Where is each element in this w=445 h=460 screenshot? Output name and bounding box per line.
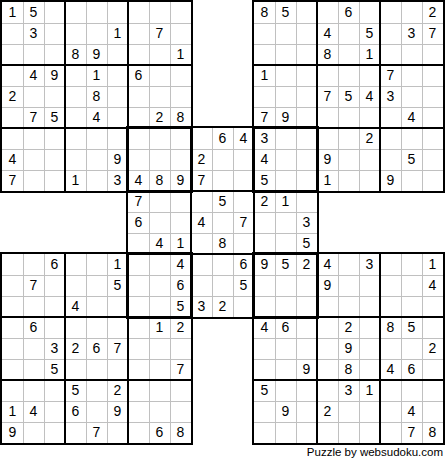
cell-r21c13[interactable] — [254, 422, 275, 443]
cell-r5c16: 7 — [317, 86, 338, 107]
cell-r6c14: 9 — [275, 107, 296, 128]
cell-r6c18[interactable] — [359, 107, 380, 128]
cell-r1c5[interactable] — [86, 2, 107, 23]
cell-r7c1[interactable] — [2, 128, 23, 149]
cell-r3c2[interactable] — [23, 44, 44, 65]
cell-r4c9[interactable] — [170, 65, 191, 86]
cell-r16c7[interactable] — [128, 317, 149, 338]
cell-r9c8: 8 — [149, 170, 170, 191]
cell-r15c2[interactable] — [23, 296, 44, 317]
cell-r8c4[interactable] — [65, 149, 86, 170]
cell-r9c14[interactable] — [275, 170, 296, 191]
cell-r16c2: 6 — [23, 317, 44, 338]
cell-r9c3[interactable] — [44, 170, 65, 191]
cell-r6c6[interactable] — [107, 107, 128, 128]
cell-r20c6: 9 — [107, 401, 128, 422]
cell-r19c17: 3 — [338, 380, 359, 401]
cell-r4c6[interactable] — [107, 65, 128, 86]
cell-r3c19[interactable] — [380, 44, 401, 65]
cell-r19c21[interactable] — [422, 380, 443, 401]
cell-r13c8[interactable] — [149, 254, 170, 275]
cell-r2c4[interactable] — [65, 23, 86, 44]
cell-r19c2[interactable] — [23, 380, 44, 401]
cell-r15c16[interactable] — [317, 296, 338, 317]
cell-r9c11[interactable] — [212, 170, 233, 191]
cell-r16c18[interactable] — [359, 317, 380, 338]
cell-r2c8: 7 — [149, 23, 170, 44]
cell-r14c2: 7 — [23, 275, 44, 296]
cell-r9c12[interactable] — [233, 170, 254, 191]
cell-r7c16[interactable] — [317, 128, 338, 149]
cell-r19c14[interactable] — [275, 380, 296, 401]
cell-r21c7[interactable] — [128, 422, 149, 443]
cell-r7c6[interactable] — [107, 128, 128, 149]
cell-r2c6: 1 — [107, 23, 128, 44]
cell-r8c10: 2 — [191, 149, 212, 170]
cell-r16c13: 4 — [254, 317, 275, 338]
cell-r15c18[interactable] — [359, 296, 380, 317]
cell-r2c14[interactable] — [275, 23, 296, 44]
cell-r4c20[interactable] — [401, 65, 422, 86]
cell-r15c1[interactable] — [2, 296, 23, 317]
cell-r18c15: 9 — [296, 359, 317, 380]
cell-r8c11[interactable] — [212, 149, 233, 170]
cell-r7c5[interactable] — [86, 128, 107, 149]
cell-r16c8: 1 — [149, 317, 170, 338]
cell-r9c19: 9 — [380, 170, 401, 191]
cell-r14c10[interactable] — [191, 275, 212, 296]
cell-r9c17[interactable] — [338, 170, 359, 191]
cell-r5c6[interactable] — [107, 86, 128, 107]
cell-r5c2[interactable] — [23, 86, 44, 107]
cell-r20c13[interactable] — [254, 401, 275, 422]
cell-r16c21[interactable] — [422, 317, 443, 338]
cell-r2c18: 5 — [359, 23, 380, 44]
cell-r14c18[interactable] — [359, 275, 380, 296]
cell-r18c8[interactable] — [149, 359, 170, 380]
cell-r20c17[interactable] — [338, 401, 359, 422]
puzzle-page: 1531789149162875428497134898562453781177… — [0, 0, 445, 460]
cell-r20c21[interactable] — [422, 401, 443, 422]
cell-r7c2[interactable] — [23, 128, 44, 149]
cell-r2c21: 7 — [422, 23, 443, 44]
cell-r8c15[interactable] — [296, 149, 317, 170]
cell-r10c10[interactable] — [191, 191, 212, 212]
cell-r20c7[interactable] — [128, 401, 149, 422]
cell-r8c17[interactable] — [338, 149, 359, 170]
cell-r13c19[interactable] — [380, 254, 401, 275]
cell-r5c19: 3 — [380, 86, 401, 107]
cell-r9c13: 5 — [254, 170, 275, 191]
cell-r19c8[interactable] — [149, 380, 170, 401]
cell-r7c4[interactable] — [65, 128, 86, 149]
cell-r9c21[interactable] — [422, 170, 443, 191]
cell-r16c5[interactable] — [86, 317, 107, 338]
cell-r13c20[interactable] — [401, 254, 422, 275]
cell-r16c14: 6 — [275, 317, 296, 338]
cell-r6c21[interactable] — [422, 107, 443, 128]
puzzle-credit: Puzzle by websudoku.com — [307, 445, 443, 460]
cell-r16c1[interactable] — [2, 317, 23, 338]
cell-r5c21[interactable] — [422, 86, 443, 107]
cell-r13c10[interactable] — [191, 254, 212, 275]
cell-r15c12[interactable] — [233, 296, 254, 317]
cell-r12c14[interactable] — [275, 233, 296, 254]
cell-r17c19[interactable] — [380, 338, 401, 359]
cell-r20c18[interactable] — [359, 401, 380, 422]
cell-r5c4[interactable] — [65, 86, 86, 107]
cell-r6c4[interactable] — [65, 107, 86, 128]
cell-r6c17[interactable] — [338, 107, 359, 128]
cell-r1c14: 5 — [275, 2, 296, 23]
cell-r17c17: 9 — [338, 338, 359, 359]
cell-r1c19[interactable] — [380, 2, 401, 23]
cell-r21c18[interactable] — [359, 422, 380, 443]
cell-r6c3: 5 — [44, 107, 65, 128]
cell-r10c13: 2 — [254, 191, 275, 212]
cell-r2c2: 3 — [23, 23, 44, 44]
cell-r11c14[interactable] — [275, 212, 296, 233]
cell-r9c2[interactable] — [23, 170, 44, 191]
cell-r20c3[interactable] — [44, 401, 65, 422]
cell-r14c8[interactable] — [149, 275, 170, 296]
cell-r3c16: 8 — [317, 44, 338, 65]
cell-r14c1[interactable] — [2, 275, 23, 296]
cell-r9c1: 7 — [2, 170, 23, 191]
cell-r1c18[interactable] — [359, 2, 380, 23]
cell-r10c8[interactable] — [149, 191, 170, 212]
cell-r3c20[interactable] — [401, 44, 422, 65]
cell-r3c14[interactable] — [275, 44, 296, 65]
cell-r9c7: 4 — [128, 170, 149, 191]
cell-r8c12[interactable] — [233, 149, 254, 170]
cell-r4c1[interactable] — [2, 65, 23, 86]
cell-r5c14[interactable] — [275, 86, 296, 107]
cell-r13c3: 6 — [44, 254, 65, 275]
cell-r13c6: 1 — [107, 254, 128, 275]
cell-r17c13[interactable] — [254, 338, 275, 359]
cell-r3c13[interactable] — [254, 44, 275, 65]
cell-r13c1[interactable] — [2, 254, 23, 275]
cell-r15c7[interactable] — [128, 296, 149, 317]
cell-r5c3[interactable] — [44, 86, 65, 107]
cell-r14c3[interactable] — [44, 275, 65, 296]
cell-r21c19[interactable] — [380, 422, 401, 443]
cell-r15c15[interactable] — [296, 296, 317, 317]
cell-r20c5[interactable] — [86, 401, 107, 422]
cell-r18c20: 6 — [401, 359, 422, 380]
cell-r4c8[interactable] — [149, 65, 170, 86]
cell-r17c7[interactable] — [128, 338, 149, 359]
cell-r16c15[interactable] — [296, 317, 317, 338]
cell-r6c7[interactable] — [128, 107, 149, 128]
cell-r3c1[interactable] — [2, 44, 23, 65]
cell-r20c2: 4 — [23, 401, 44, 422]
cell-r21c14[interactable] — [275, 422, 296, 443]
cell-r17c9[interactable] — [170, 338, 191, 359]
cell-r15c10: 3 — [191, 296, 212, 317]
cell-r8c14[interactable] — [275, 149, 296, 170]
cell-r12c12[interactable] — [233, 233, 254, 254]
cell-r5c13[interactable] — [254, 86, 275, 107]
cell-r15c3[interactable] — [44, 296, 65, 317]
cell-r15c20[interactable] — [401, 296, 422, 317]
cell-r13c7[interactable] — [128, 254, 149, 275]
cell-r11c10: 4 — [191, 212, 212, 233]
cell-r12c10[interactable] — [191, 233, 212, 254]
cell-r18c13[interactable] — [254, 359, 275, 380]
cell-r10c12[interactable] — [233, 191, 254, 212]
cell-r6c15[interactable] — [296, 107, 317, 128]
cell-r1c20[interactable] — [401, 2, 422, 23]
cell-r13c11[interactable] — [212, 254, 233, 275]
cell-r1c16[interactable] — [317, 2, 338, 23]
cell-r19c1[interactable] — [2, 380, 23, 401]
cell-r1c7[interactable] — [128, 2, 149, 23]
cell-r17c2[interactable] — [23, 338, 44, 359]
cell-r1c4[interactable] — [65, 2, 86, 23]
cell-r7c10[interactable] — [191, 128, 212, 149]
cell-r17c14[interactable] — [275, 338, 296, 359]
cell-r1c8[interactable] — [149, 2, 170, 23]
cell-r16c6[interactable] — [107, 317, 128, 338]
cell-r18c16[interactable] — [317, 359, 338, 380]
cell-r8c19[interactable] — [380, 149, 401, 170]
cell-r2c16: 4 — [317, 23, 338, 44]
cell-r16c4[interactable] — [65, 317, 86, 338]
cell-r14c11[interactable] — [212, 275, 233, 296]
cell-r8c21[interactable] — [422, 149, 443, 170]
cell-r12c7[interactable] — [128, 233, 149, 254]
cell-r1c9[interactable] — [170, 2, 191, 23]
cell-r6c1[interactable] — [2, 107, 23, 128]
cell-r17c1[interactable] — [2, 338, 23, 359]
cell-r5c15[interactable] — [296, 86, 317, 107]
cell-r10c9[interactable] — [170, 191, 191, 212]
cell-r13c2[interactable] — [23, 254, 44, 275]
cell-r17c21: 2 — [422, 338, 443, 359]
cell-r1c13: 8 — [254, 2, 275, 23]
cell-r4c16[interactable] — [317, 65, 338, 86]
cell-r21c2[interactable] — [23, 422, 44, 443]
cell-r2c13[interactable] — [254, 23, 275, 44]
cell-r21c16[interactable] — [317, 422, 338, 443]
cell-r4c15[interactable] — [296, 65, 317, 86]
cell-r8c18[interactable] — [359, 149, 380, 170]
cell-r17c8[interactable] — [149, 338, 170, 359]
cell-r13c4[interactable] — [65, 254, 86, 275]
cell-r17c18[interactable] — [359, 338, 380, 359]
cell-r7c17[interactable] — [338, 128, 359, 149]
cell-r7c15[interactable] — [296, 128, 317, 149]
cell-r19c9[interactable] — [170, 380, 191, 401]
cell-r19c19[interactable] — [380, 380, 401, 401]
cell-r3c6[interactable] — [107, 44, 128, 65]
cell-r13c16: 4 — [317, 254, 338, 275]
cell-r15c8[interactable] — [149, 296, 170, 317]
cell-r18c6[interactable] — [107, 359, 128, 380]
samurai-sudoku-board: 1531789149162875428497134898562453781177… — [0, 0, 445, 445]
cell-r9c5[interactable] — [86, 170, 107, 191]
cell-r1c15[interactable] — [296, 2, 317, 23]
cell-r14c4[interactable] — [65, 275, 86, 296]
cell-r2c15[interactable] — [296, 23, 317, 44]
cell-r3c15[interactable] — [296, 44, 317, 65]
cell-r2c9[interactable] — [170, 23, 191, 44]
cell-r7c21[interactable] — [422, 128, 443, 149]
cell-r7c8[interactable] — [149, 128, 170, 149]
cell-r8c5[interactable] — [86, 149, 107, 170]
cell-r11c12: 7 — [233, 212, 254, 233]
cell-r9c18[interactable] — [359, 170, 380, 191]
cell-r15c17[interactable] — [338, 296, 359, 317]
cell-r14c13[interactable] — [254, 275, 275, 296]
cell-r10c14: 1 — [275, 191, 296, 212]
cell-r5c7[interactable] — [128, 86, 149, 107]
cell-r6c2: 7 — [23, 107, 44, 128]
cell-r14c5[interactable] — [86, 275, 107, 296]
cell-r4c14[interactable] — [275, 65, 296, 86]
cell-r16c16[interactable] — [317, 317, 338, 338]
cell-r20c9[interactable] — [170, 401, 191, 422]
cell-r5c9[interactable] — [170, 86, 191, 107]
board-cells: 1531789149162875428497134898562453781177… — [2, 2, 443, 443]
cell-r18c14[interactable] — [275, 359, 296, 380]
cell-r12c13[interactable] — [254, 233, 275, 254]
cell-r1c1: 1 — [2, 2, 23, 23]
cell-r11c11[interactable] — [212, 212, 233, 233]
cell-r21c4[interactable] — [65, 422, 86, 443]
cell-r20c19[interactable] — [380, 401, 401, 422]
cell-r16c17: 2 — [338, 317, 359, 338]
cell-r15c13[interactable] — [254, 296, 275, 317]
cell-r2c1[interactable] — [2, 23, 23, 44]
cell-r5c20[interactable] — [401, 86, 422, 107]
cell-r18c4[interactable] — [65, 359, 86, 380]
cell-r18c7[interactable] — [128, 359, 149, 380]
cell-r15c5[interactable] — [86, 296, 107, 317]
cell-r1c3[interactable] — [44, 2, 65, 23]
cell-r14c17[interactable] — [338, 275, 359, 296]
cell-r6c16[interactable] — [317, 107, 338, 128]
cell-r10c7: 7 — [128, 191, 149, 212]
cell-r8c3[interactable] — [44, 149, 65, 170]
cell-r20c15[interactable] — [296, 401, 317, 422]
cell-r3c3[interactable] — [44, 44, 65, 65]
cell-r13c17[interactable] — [338, 254, 359, 275]
cell-r1c2: 5 — [23, 2, 44, 23]
cell-r15c21[interactable] — [422, 296, 443, 317]
cell-r17c16[interactable] — [317, 338, 338, 359]
cell-r7c19[interactable] — [380, 128, 401, 149]
cell-r4c4[interactable] — [65, 65, 86, 86]
cell-r19c5[interactable] — [86, 380, 107, 401]
cell-r21c3[interactable] — [44, 422, 65, 443]
cell-r14c16: 9 — [317, 275, 338, 296]
cell-r5c8[interactable] — [149, 86, 170, 107]
cell-r18c18[interactable] — [359, 359, 380, 380]
cell-r2c19[interactable] — [380, 23, 401, 44]
cell-r20c8[interactable] — [149, 401, 170, 422]
cell-r14c19[interactable] — [380, 275, 401, 296]
cell-r16c3[interactable] — [44, 317, 65, 338]
cell-r19c7[interactable] — [128, 380, 149, 401]
cell-r13c21: 1 — [422, 254, 443, 275]
cell-r15c14[interactable] — [275, 296, 296, 317]
cell-r1c21: 2 — [422, 2, 443, 23]
cell-r7c20[interactable] — [401, 128, 422, 149]
cell-r9c9: 9 — [170, 170, 191, 191]
cell-r7c9[interactable] — [170, 128, 191, 149]
cell-r3c4: 8 — [65, 44, 86, 65]
cell-r3c7[interactable] — [128, 44, 149, 65]
cell-r15c6[interactable] — [107, 296, 128, 317]
cell-r6c9: 8 — [170, 107, 191, 128]
cell-r4c18[interactable] — [359, 65, 380, 86]
cell-r2c7[interactable] — [128, 23, 149, 44]
cell-r9c15[interactable] — [296, 170, 317, 191]
cell-r8c2[interactable] — [23, 149, 44, 170]
cell-r4c17[interactable] — [338, 65, 359, 86]
cell-r6c19[interactable] — [380, 107, 401, 128]
cell-r2c17[interactable] — [338, 23, 359, 44]
cell-r18c5[interactable] — [86, 359, 107, 380]
cell-r3c17[interactable] — [338, 44, 359, 65]
cell-r3c8[interactable] — [149, 44, 170, 65]
cell-r21c8: 6 — [149, 422, 170, 443]
cell-r8c7[interactable] — [128, 149, 149, 170]
cell-r14c7[interactable] — [128, 275, 149, 296]
cell-r14c14[interactable] — [275, 275, 296, 296]
cell-r17c15[interactable] — [296, 338, 317, 359]
cell-r8c8[interactable] — [149, 149, 170, 170]
cell-r8c9[interactable] — [170, 149, 191, 170]
cell-r19c16[interactable] — [317, 380, 338, 401]
cell-r19c15[interactable] — [296, 380, 317, 401]
cell-r14c20[interactable] — [401, 275, 422, 296]
cell-r1c6[interactable] — [107, 2, 128, 23]
cell-r18c21[interactable] — [422, 359, 443, 380]
cell-r7c7[interactable] — [128, 128, 149, 149]
cell-r13c9: 4 — [170, 254, 191, 275]
cell-r19c4: 5 — [65, 380, 86, 401]
cell-r20c16: 2 — [317, 401, 338, 422]
cell-r19c3[interactable] — [44, 380, 65, 401]
cell-r9c20[interactable] — [401, 170, 422, 191]
cell-r11c13[interactable] — [254, 212, 275, 233]
cell-r13c5[interactable] — [86, 254, 107, 275]
cell-r18c2[interactable] — [23, 359, 44, 380]
cell-r3c21[interactable] — [422, 44, 443, 65]
cell-r2c3[interactable] — [44, 23, 65, 44]
cell-r21c6[interactable] — [107, 422, 128, 443]
cell-r7c14[interactable] — [275, 128, 296, 149]
cell-r2c5[interactable] — [86, 23, 107, 44]
cell-r20c14: 9 — [275, 401, 296, 422]
cell-r10c15[interactable] — [296, 191, 317, 212]
cell-r15c19[interactable] — [380, 296, 401, 317]
cell-r19c20[interactable] — [401, 380, 422, 401]
cell-r18c1[interactable] — [2, 359, 23, 380]
cell-r11c8[interactable] — [149, 212, 170, 233]
cell-r14c15[interactable] — [296, 275, 317, 296]
cell-r17c20[interactable] — [401, 338, 422, 359]
cell-r4c21[interactable] — [422, 65, 443, 86]
cell-r21c17[interactable] — [338, 422, 359, 443]
cell-r21c15[interactable] — [296, 422, 317, 443]
cell-r11c9[interactable] — [170, 212, 191, 233]
cell-r7c3[interactable] — [44, 128, 65, 149]
